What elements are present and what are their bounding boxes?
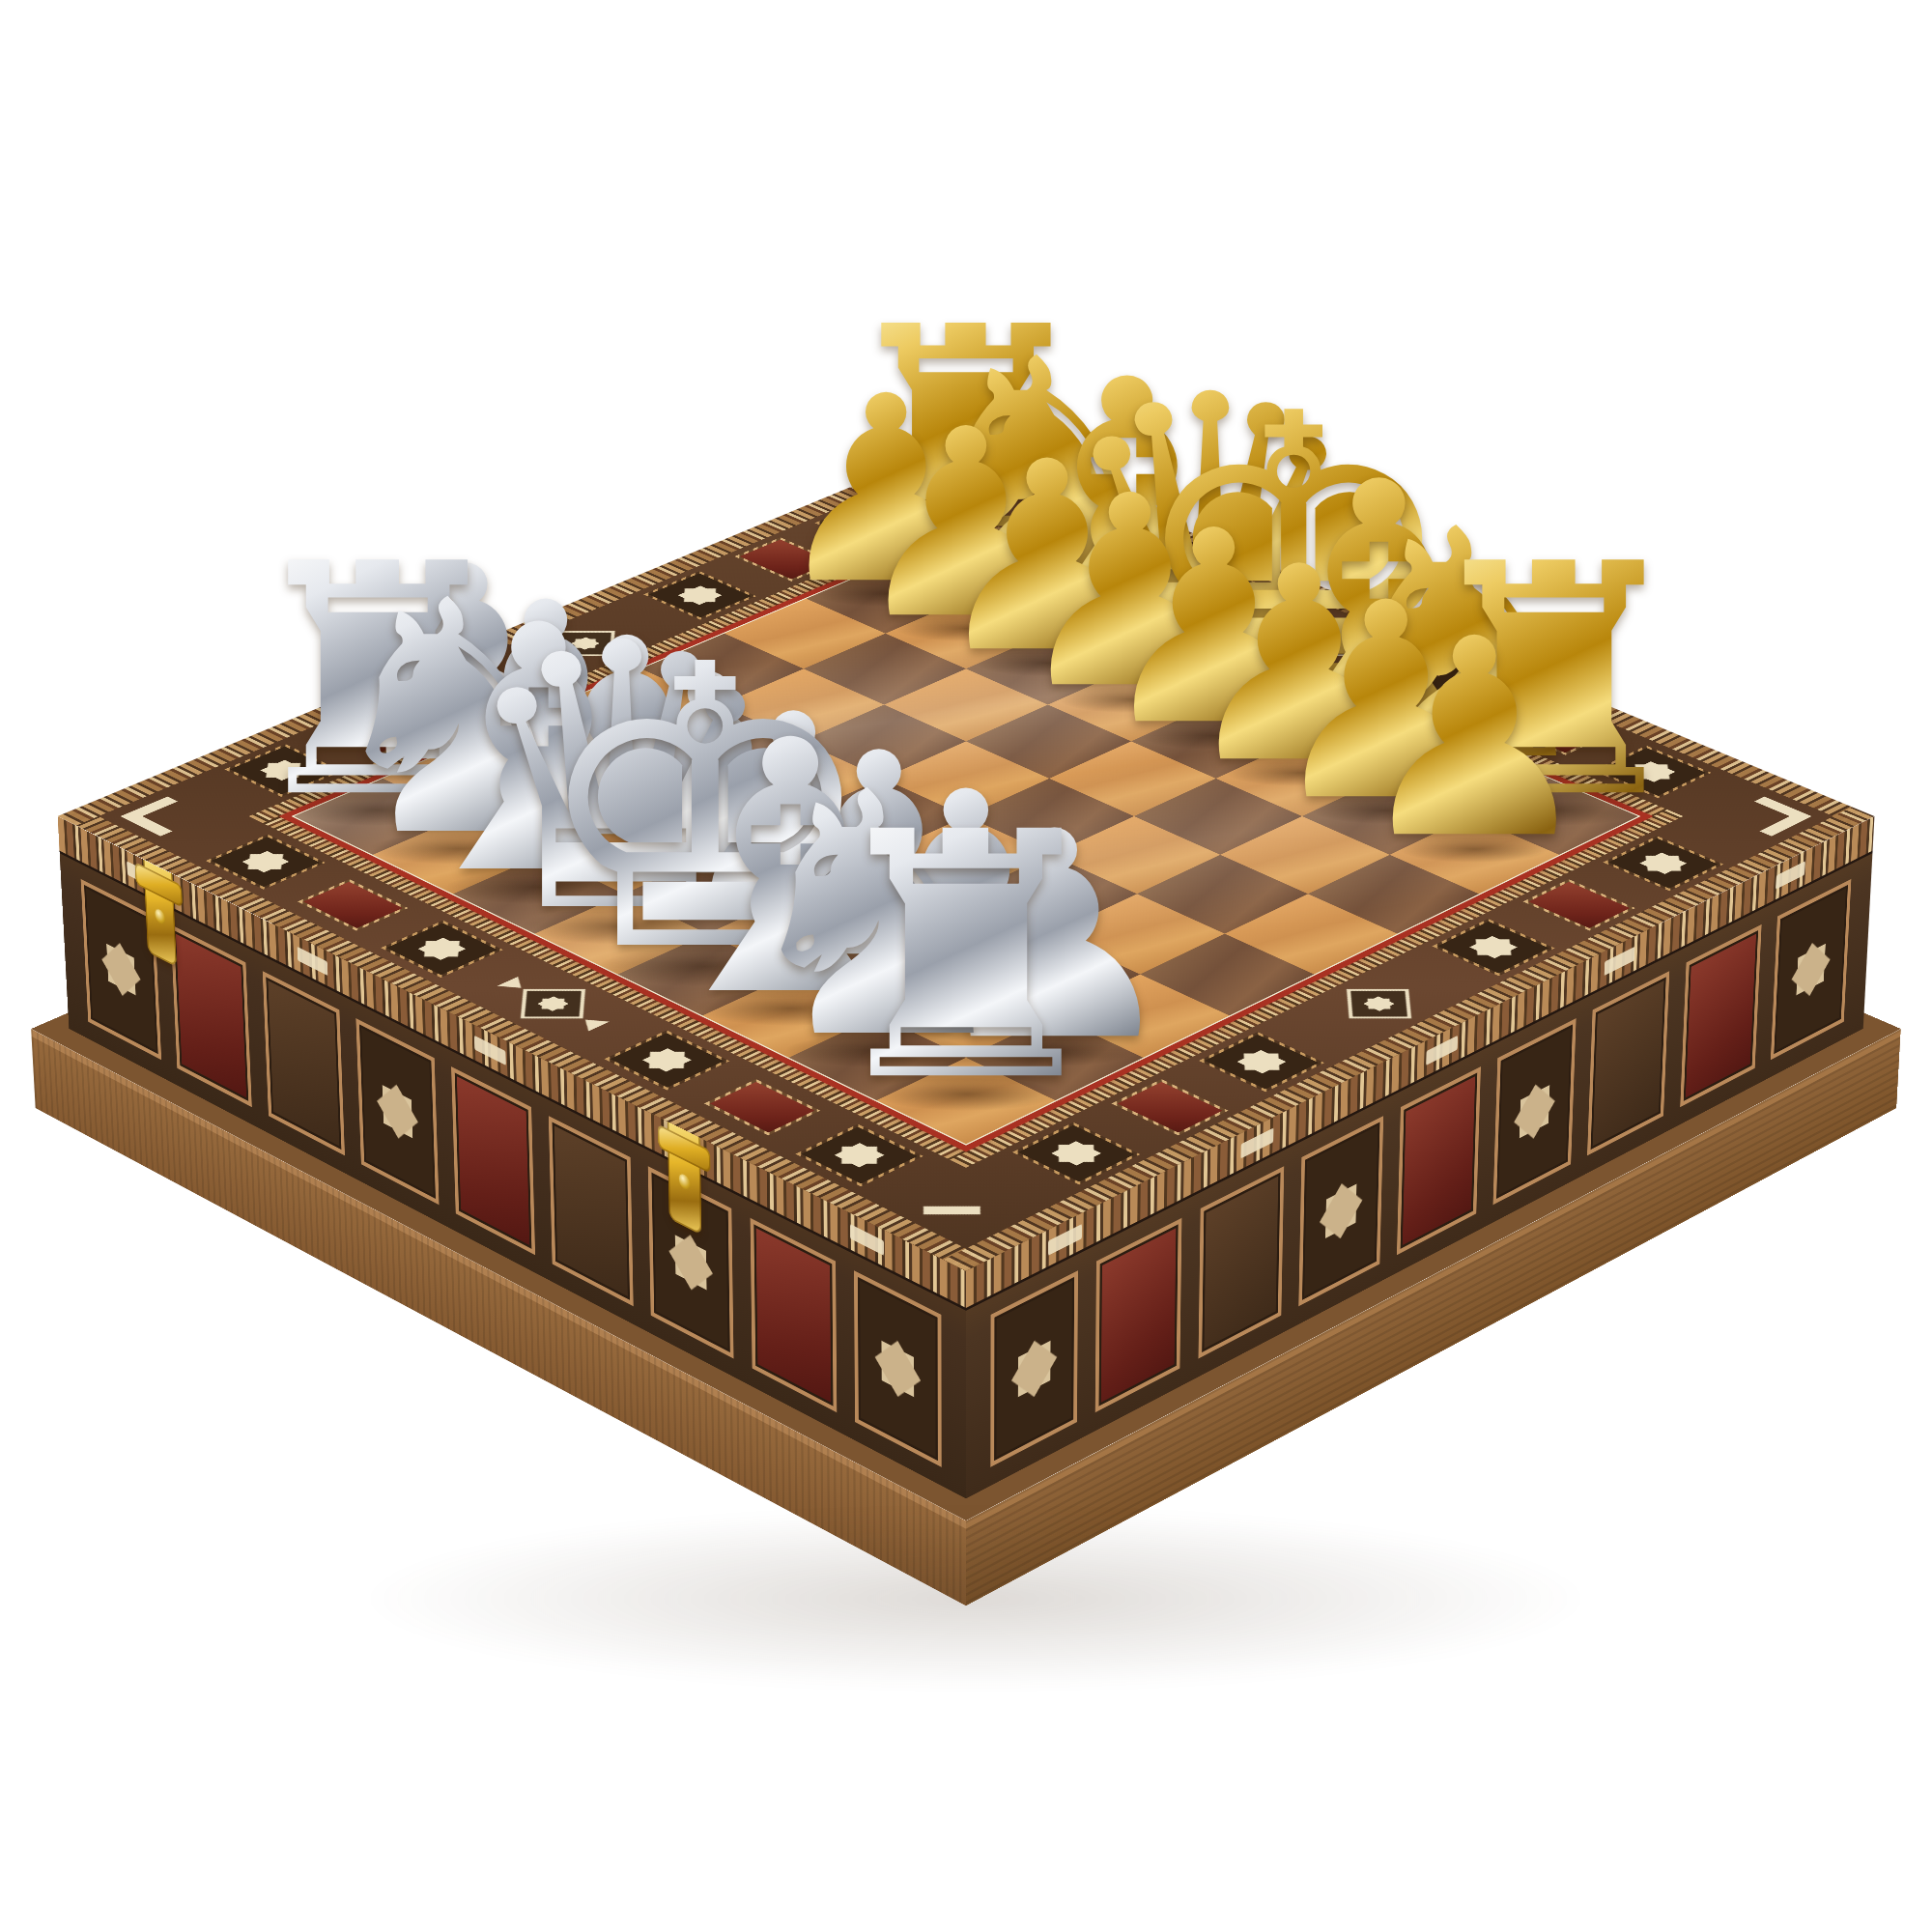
border-motif-star bbox=[1199, 1032, 1324, 1092]
side-panel-plain bbox=[262, 971, 344, 1155]
inlay-dash bbox=[1605, 947, 1635, 976]
chess-box bbox=[58, 439, 1875, 1270]
side-panel-red bbox=[750, 1218, 837, 1412]
border-motif-star bbox=[605, 1030, 730, 1090]
side-panel-plain bbox=[1587, 971, 1669, 1155]
border-motif-star bbox=[1433, 919, 1555, 976]
side-panel-star bbox=[355, 1018, 439, 1205]
side-panel-red bbox=[171, 924, 252, 1107]
square-f2[interactable] bbox=[792, 934, 966, 1016]
side-panel-star bbox=[854, 1270, 942, 1467]
square-d2[interactable] bbox=[624, 855, 795, 934]
square-e2[interactable] bbox=[707, 894, 880, 974]
square-h5[interactable] bbox=[1225, 894, 1398, 974]
square-d3[interactable] bbox=[712, 816, 881, 894]
side-panel-red bbox=[1680, 924, 1761, 1107]
square-h3[interactable] bbox=[1054, 975, 1230, 1058]
border-motif-diamond bbox=[1298, 966, 1459, 1043]
square-g3[interactable] bbox=[966, 934, 1140, 1016]
inlay-dash bbox=[850, 1224, 884, 1256]
square-f3[interactable] bbox=[880, 894, 1053, 974]
square-g6[interactable] bbox=[1220, 816, 1389, 894]
square-g1[interactable] bbox=[789, 1015, 966, 1100]
inlay-dash bbox=[1240, 1127, 1273, 1158]
square-c1[interactable] bbox=[453, 855, 624, 934]
inlay-dash bbox=[1776, 861, 1805, 889]
square-h2[interactable] bbox=[966, 1015, 1143, 1100]
border-motif-star bbox=[206, 835, 326, 890]
square-h4[interactable] bbox=[1140, 934, 1314, 1016]
mother-of-pearl-corner-l bbox=[121, 797, 209, 837]
square-e4[interactable] bbox=[881, 816, 1050, 894]
side-panel-red bbox=[1095, 1218, 1182, 1412]
side-panel-star bbox=[1771, 879, 1852, 1060]
border-motif-star bbox=[1012, 1122, 1140, 1185]
border-motif-star bbox=[795, 1124, 923, 1187]
mother-of-pearl-corner-l bbox=[1724, 797, 1812, 837]
inlay-dash bbox=[474, 1036, 506, 1065]
border-motif-star bbox=[1603, 836, 1723, 891]
square-g5[interactable] bbox=[1137, 855, 1308, 934]
square-h1[interactable] bbox=[876, 1058, 1055, 1144]
border-motif-red bbox=[298, 879, 408, 930]
ground-shadow bbox=[357, 1507, 1594, 1690]
border-motif-red bbox=[1112, 1079, 1229, 1135]
square-g2[interactable] bbox=[878, 975, 1054, 1058]
square-e3[interactable] bbox=[795, 855, 966, 934]
side-panel-star bbox=[1493, 1018, 1577, 1205]
square-f1[interactable] bbox=[702, 975, 878, 1058]
side-panel-star bbox=[1298, 1116, 1383, 1306]
chess-set-photo-scene: ♜♞♝♛♚♝♞♜♟♟♟♟♟♟♟♟♟♟♟♟♟♟♟♟♜♞♝♛♚♝♞♜ bbox=[0, 0, 1932, 1932]
side-panel-plain bbox=[549, 1116, 634, 1306]
square-f5[interactable] bbox=[1051, 816, 1220, 894]
square-d1[interactable] bbox=[535, 894, 708, 974]
mother-of-pearl-corner-dash bbox=[953, 479, 1002, 485]
mother-of-pearl-corner-dash bbox=[923, 1207, 980, 1215]
inlay-dash bbox=[298, 947, 328, 976]
gold-clasp[interactable] bbox=[668, 1115, 702, 1236]
square-b1[interactable] bbox=[373, 816, 542, 894]
side-panel-star bbox=[990, 1270, 1078, 1467]
square-h7[interactable] bbox=[1390, 816, 1559, 894]
border-motif-diamond bbox=[473, 966, 634, 1043]
square-e1[interactable] bbox=[618, 934, 792, 1016]
side-panel-plain bbox=[1198, 1166, 1284, 1358]
square-f4[interactable] bbox=[966, 855, 1137, 934]
side-panel-red bbox=[1397, 1066, 1481, 1255]
border-motif-red bbox=[704, 1079, 820, 1135]
border-motif-red bbox=[1523, 879, 1635, 930]
square-c2[interactable] bbox=[542, 816, 711, 894]
square-h6[interactable] bbox=[1308, 855, 1479, 934]
square-g4[interactable] bbox=[1052, 894, 1225, 974]
inlay-dash bbox=[1426, 1036, 1458, 1065]
border-motif-star bbox=[381, 921, 502, 978]
inlay-dash bbox=[1048, 1224, 1082, 1256]
side-panel-red bbox=[451, 1066, 535, 1255]
